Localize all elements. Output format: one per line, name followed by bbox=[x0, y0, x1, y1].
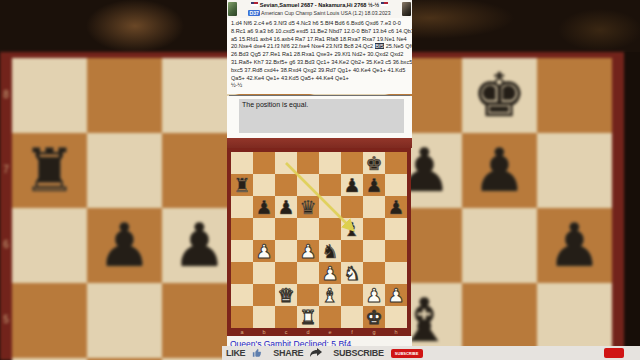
black-player: Nakamura,Hi bbox=[318, 2, 352, 8]
file-label-h: h bbox=[385, 328, 407, 336]
result-line: ½-½ bbox=[231, 82, 409, 90]
square-a8[interactable] bbox=[231, 152, 253, 174]
square-h4[interactable] bbox=[385, 240, 407, 262]
square-a2[interactable] bbox=[231, 284, 253, 306]
square-g8[interactable]: ♚ bbox=[363, 152, 385, 174]
square-d7[interactable] bbox=[297, 174, 319, 196]
black-pawn: ♟ bbox=[365, 174, 382, 196]
move-line[interactable]: 8.Rc1 a6 9.a3 b6 10.cxd5 exd5 11.Be2 Nbd… bbox=[231, 28, 409, 36]
square-a8 bbox=[12, 58, 87, 133]
square-a5[interactable] bbox=[231, 218, 253, 240]
file-label-c: c bbox=[275, 328, 297, 336]
evaluation-panel: The position is equal. bbox=[227, 96, 412, 138]
black-bishop: ♝ bbox=[343, 218, 360, 240]
square-d3[interactable] bbox=[297, 262, 319, 284]
square-b3[interactable] bbox=[253, 262, 275, 284]
bg-rank-label-5: 5 bbox=[0, 313, 12, 327]
move-line[interactable]: bxc5 37.Rd8 cxd4+ 38.Rxd4 Qxg2 39.Rd7 Qg… bbox=[231, 67, 409, 75]
chess-board-frame: ♚♜♟♟♟♟♛♟♝♟♟♞♟♞♛♝♟♟♜♚ abcdefgh bbox=[227, 148, 411, 336]
chess-board[interactable]: ♚♜♟♟♟♟♛♟♝♟♟♞♟♞♛♝♟♟♜♚ bbox=[231, 152, 407, 328]
square-b8[interactable] bbox=[253, 152, 275, 174]
square-d5[interactable] bbox=[297, 218, 319, 240]
black-pawn: ♟ bbox=[387, 196, 404, 218]
subscribe-label: SUBSCRIBE bbox=[333, 348, 383, 358]
white-pawn: ♟ bbox=[299, 240, 316, 262]
square-c4[interactable] bbox=[275, 240, 297, 262]
square-e6[interactable] bbox=[319, 196, 341, 218]
square-c2[interactable]: ♛ bbox=[275, 284, 297, 306]
square-b2[interactable] bbox=[253, 284, 275, 306]
white-rook: ♜ bbox=[299, 306, 316, 328]
evaluation-text: The position is equal. bbox=[239, 99, 404, 133]
square-b6[interactable]: ♟ bbox=[253, 196, 275, 218]
square-g1[interactable]: ♚ bbox=[363, 306, 385, 328]
subscribe-accent bbox=[604, 348, 624, 358]
square-g7: ♟ bbox=[462, 133, 537, 208]
square-f5[interactable]: ♝ bbox=[341, 218, 363, 240]
black-pawn: ♟ bbox=[98, 208, 152, 283]
square-f6[interactable] bbox=[341, 196, 363, 218]
square-g3[interactable] bbox=[363, 262, 385, 284]
video-frame: 8765 ♚♜♟♟♟♟♛♟♝♟♟♞♟♞♛♝♟♟♜♚ Sevian,Samuel … bbox=[0, 0, 640, 360]
square-h6[interactable]: ♟ bbox=[385, 196, 407, 218]
square-h3[interactable] bbox=[385, 262, 407, 284]
move-line[interactable]: 31.Ra8+ Kh7 32.Bxf5+ g6 33.Bd3 Qc1+ 34.K… bbox=[231, 59, 409, 67]
bg-rank-label-7: 7 bbox=[0, 163, 12, 177]
white-pawn: ♟ bbox=[365, 284, 382, 306]
square-e2[interactable]: ♝ bbox=[319, 284, 341, 306]
square-f4[interactable] bbox=[341, 240, 363, 262]
square-c6[interactable]: ♟ bbox=[275, 196, 297, 218]
square-c3[interactable] bbox=[275, 262, 297, 284]
move-line[interactable]: 1.d4 Nf6 2.c4 e6 3.Nf3 d5 4.Nc3 h6 5.Bf4… bbox=[231, 20, 409, 28]
black-king: ♚ bbox=[365, 152, 382, 174]
file-label-g: g bbox=[363, 328, 385, 336]
white-player-photo bbox=[228, 2, 237, 16]
square-g8: ♚ bbox=[462, 58, 537, 133]
square-b1[interactable] bbox=[253, 306, 275, 328]
square-h7 bbox=[537, 133, 612, 208]
square-c7[interactable] bbox=[275, 174, 297, 196]
game-result: ½-½ bbox=[368, 2, 379, 8]
white-king: ♚ bbox=[365, 306, 382, 328]
us-flag-icon bbox=[251, 2, 258, 6]
white-player: Sevian,Samuel bbox=[260, 2, 300, 8]
square-d2[interactable] bbox=[297, 284, 319, 306]
black-pawn: ♟ bbox=[173, 208, 227, 283]
move-line[interactable]: 26.Bd3 Qg5 27.Re1 Ra1 28.Rxa1 Qxe3+ 29.K… bbox=[231, 51, 409, 59]
square-h8[interactable] bbox=[385, 152, 407, 174]
bg-rank-label-6: 6 bbox=[0, 238, 12, 252]
wood-strip bbox=[227, 138, 412, 148]
game-header: Sevian,Samuel 2687 - Nakamura,Hi 2768 ½-… bbox=[227, 0, 412, 18]
black-pawn: ♟ bbox=[473, 133, 527, 208]
square-f1[interactable] bbox=[341, 306, 363, 328]
square-e8[interactable] bbox=[319, 152, 341, 174]
square-d1[interactable]: ♜ bbox=[297, 306, 319, 328]
moves-post[interactable]: 25.Ne5 Qf6 bbox=[384, 43, 412, 49]
square-b6: ♟ bbox=[87, 208, 162, 283]
white-bishop: ♝ bbox=[321, 284, 338, 306]
black-player-photo bbox=[402, 2, 411, 16]
file-label-f: f bbox=[341, 328, 363, 336]
square-c8 bbox=[162, 58, 237, 133]
like-button[interactable]: LIKE bbox=[226, 348, 245, 358]
square-c7 bbox=[162, 133, 237, 208]
white-queen: ♛ bbox=[277, 284, 294, 306]
square-c1[interactable] bbox=[275, 306, 297, 328]
square-a6 bbox=[12, 208, 87, 283]
share-button[interactable]: SHARE bbox=[273, 348, 303, 358]
square-b8 bbox=[87, 58, 162, 133]
square-a5 bbox=[12, 283, 87, 358]
square-f3[interactable]: ♞ bbox=[341, 262, 363, 284]
subscribe-button[interactable]: SUBSCRIBE bbox=[391, 349, 423, 358]
move-line-highlighted[interactable]: 20.Nxe4 dxe4 21.f3 Nf6 22.fxe4 Nxe4 23.N… bbox=[231, 43, 409, 51]
square-a3[interactable] bbox=[231, 262, 253, 284]
file-label-b: b bbox=[253, 328, 275, 336]
square-f8[interactable] bbox=[341, 152, 363, 174]
square-e7[interactable] bbox=[319, 174, 341, 196]
square-b7[interactable] bbox=[253, 174, 275, 196]
bg-rank-label-8: 8 bbox=[0, 88, 12, 102]
moves-pre[interactable]: 20.Nxe4 dxe4 21.f3 Nf6 22.fxe4 Nxe4 23.N… bbox=[231, 43, 375, 49]
square-h6: ♟ bbox=[537, 208, 612, 283]
square-g2[interactable]: ♟ bbox=[363, 284, 385, 306]
square-h1[interactable] bbox=[385, 306, 407, 328]
move-line[interactable]: a5 15.Rfd1 axb4 16.axb4 Ra7 17.Ra1 Rfa8 … bbox=[231, 36, 409, 44]
black-knight: ♞ bbox=[321, 240, 338, 262]
white-elo: 2687 bbox=[301, 2, 313, 8]
file-labels: abcdefgh bbox=[231, 328, 407, 336]
event-name: American Cup Champ Saint Louis USA (1.2)… bbox=[261, 10, 390, 16]
square-g5[interactable] bbox=[363, 218, 385, 240]
square-d8[interactable] bbox=[297, 152, 319, 174]
file-label-d: d bbox=[297, 328, 319, 336]
black-pawn: ♟ bbox=[548, 208, 602, 283]
black-rook: ♜ bbox=[233, 174, 250, 196]
players-line: Sevian,Samuel 2687 - Nakamura,Hi 2768 ½-… bbox=[239, 2, 400, 8]
square-a4[interactable] bbox=[231, 240, 253, 262]
black-queen: ♛ bbox=[299, 196, 316, 218]
square-e1[interactable] bbox=[319, 306, 341, 328]
square-b4[interactable]: ♟ bbox=[253, 240, 275, 262]
square-c8[interactable] bbox=[275, 152, 297, 174]
square-g6[interactable] bbox=[363, 196, 385, 218]
white-pawn: ♟ bbox=[255, 240, 272, 262]
square-d6[interactable]: ♛ bbox=[297, 196, 319, 218]
us-flag-icon bbox=[381, 2, 388, 6]
square-g7[interactable]: ♟ bbox=[363, 174, 385, 196]
thumbs-up-icon[interactable] bbox=[252, 348, 262, 358]
black-pawn: ♟ bbox=[343, 174, 360, 196]
square-a7: ♜ bbox=[12, 133, 87, 208]
file-label-a: a bbox=[231, 328, 253, 336]
black-rook: ♜ bbox=[23, 133, 77, 208]
white-pawn: ♟ bbox=[387, 284, 404, 306]
black-pawn: ♟ bbox=[277, 196, 294, 218]
square-h5[interactable] bbox=[385, 218, 407, 240]
square-f7[interactable]: ♟ bbox=[341, 174, 363, 196]
event-line: D37 American Cup Champ Saint Louis USA (… bbox=[239, 10, 400, 16]
square-g4[interactable] bbox=[363, 240, 385, 262]
square-a1[interactable] bbox=[231, 306, 253, 328]
square-h2[interactable]: ♟ bbox=[385, 284, 407, 306]
black-king: ♚ bbox=[473, 58, 527, 133]
square-c5[interactable] bbox=[275, 218, 297, 240]
black-elo: 2768 bbox=[354, 2, 366, 8]
square-g6 bbox=[462, 208, 537, 283]
black-pawn: ♟ bbox=[255, 196, 272, 218]
move-list[interactable]: 1.d4 Nf6 2.c4 e6 3.Nf3 d5 4.Nc3 h6 5.Bf4… bbox=[227, 18, 412, 94]
current-move[interactable]: Bf5 bbox=[375, 43, 384, 49]
square-b5 bbox=[87, 283, 162, 358]
file-label-e: e bbox=[319, 328, 341, 336]
players-separator: - bbox=[315, 2, 317, 8]
square-e4[interactable]: ♞ bbox=[319, 240, 341, 262]
square-h7[interactable] bbox=[385, 174, 407, 196]
eco-code-badge: D37 bbox=[248, 10, 260, 16]
action-bar: LIKE SHARE SUBSCRIBE SUBSCRIBE bbox=[222, 346, 640, 360]
white-pawn: ♟ bbox=[321, 262, 338, 284]
square-h8 bbox=[537, 58, 612, 133]
viewer-column: Sevian,Samuel 2687 - Nakamura,Hi 2768 ½-… bbox=[227, 0, 412, 360]
move-line[interactable]: Qa5+ 42.Ke4 Qe1+ 43.Kd5 Qa5+ 44.Ke4 Qe1+ bbox=[231, 75, 409, 83]
square-a7[interactable]: ♜ bbox=[231, 174, 253, 196]
square-b7 bbox=[87, 133, 162, 208]
square-b5[interactable] bbox=[253, 218, 275, 240]
square-e5[interactable] bbox=[319, 218, 341, 240]
square-d4[interactable]: ♟ bbox=[297, 240, 319, 262]
share-arrow-icon[interactable] bbox=[310, 348, 322, 358]
square-e3[interactable]: ♟ bbox=[319, 262, 341, 284]
square-c6: ♟ bbox=[162, 208, 237, 283]
white-knight: ♞ bbox=[343, 262, 360, 284]
square-a6[interactable] bbox=[231, 196, 253, 218]
square-f2[interactable] bbox=[341, 284, 363, 306]
